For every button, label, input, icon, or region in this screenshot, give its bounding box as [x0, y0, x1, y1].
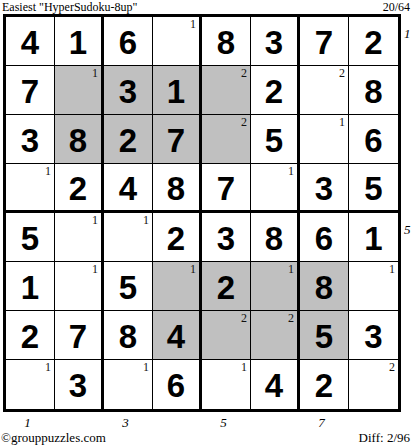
pencil-mark: 1: [190, 262, 196, 277]
cell-r5c7: 6: [300, 213, 349, 262]
cell-r6c3: 5: [104, 262, 153, 311]
cell-value: 5: [315, 320, 333, 353]
cell-value: 6: [364, 124, 382, 157]
cell-r2c8: 8: [349, 66, 398, 115]
cell-r7c2: 7: [55, 311, 104, 360]
cell-r2c4: 1: [153, 66, 202, 115]
cell-r4c2: 2: [55, 164, 104, 213]
pencil-mark: 1: [288, 164, 294, 179]
cell-value: 3: [21, 124, 39, 157]
cell-value: 6: [315, 222, 333, 255]
cell-value: 2: [69, 172, 87, 205]
cell-r5c3[interactable]: 1: [104, 213, 153, 262]
cell-r7c7: 5: [300, 311, 349, 360]
cell-r1c1: 4: [6, 17, 55, 66]
cell-value: 1: [364, 222, 382, 255]
cell-r3c4: 7: [153, 115, 202, 164]
cell-r1c3: 6: [104, 17, 153, 66]
puzzle-page: Easiest "HyperSudoku-8up" 20/64 41618372…: [0, 0, 412, 447]
cell-r7c1: 2: [6, 311, 55, 360]
cell-value: 4: [265, 369, 283, 402]
col-label-1: 1: [3, 415, 52, 431]
pencil-mark: 1: [92, 262, 98, 277]
cell-value: 7: [69, 320, 87, 353]
cell-r7c8: 3: [349, 311, 398, 360]
cell-value: 2: [21, 320, 39, 353]
cell-value: 8: [119, 320, 137, 353]
cell-value: 8: [217, 26, 235, 59]
cell-r3c1: 3: [6, 115, 55, 164]
cell-value: 5: [265, 124, 283, 157]
cell-r4c1[interactable]: 1: [6, 164, 55, 213]
cell-r7c5[interactable]: 2: [202, 311, 251, 360]
cell-r2c1: 7: [6, 66, 55, 115]
cell-value: 8: [265, 222, 283, 255]
cell-r8c7: 2: [300, 360, 349, 409]
pencil-mark: 1: [45, 360, 51, 375]
cell-r5c8: 1: [349, 213, 398, 262]
cell-r5c1: 5: [6, 213, 55, 262]
cell-r4c3: 4: [104, 164, 153, 213]
cell-value: 4: [119, 172, 137, 205]
cell-r1c5: 8: [202, 17, 251, 66]
cell-r1c6: 3: [251, 17, 300, 66]
cell-value: 1: [21, 271, 39, 304]
pencil-mark: 2: [288, 311, 294, 326]
cell-value: 5: [21, 222, 39, 255]
cell-r3c2: 8: [55, 115, 104, 164]
cell-r7c3: 8: [104, 311, 153, 360]
cell-r2c7[interactable]: 2: [300, 66, 349, 115]
cell-value: 3: [364, 320, 382, 353]
pencil-mark: 1: [92, 213, 98, 228]
row-label-5: 5: [404, 222, 412, 238]
pencil-mark: 1: [241, 360, 247, 375]
cell-value: 7: [217, 172, 235, 205]
cell-r6c7: 8: [300, 262, 349, 311]
puzzle-title: Easiest "HyperSudoku-8up": [2, 0, 137, 15]
cell-value: 1: [69, 26, 87, 59]
cell-r1c8: 2: [349, 17, 398, 66]
cell-r5c2[interactable]: 1: [55, 213, 104, 262]
cell-r2c3: 3: [104, 66, 153, 115]
pencil-mark: 2: [241, 311, 247, 326]
sudoku-board: 4161837271312228382725161248713551123861…: [3, 14, 401, 412]
cell-r4c4: 8: [153, 164, 202, 213]
cell-r6c5: 2: [202, 262, 251, 311]
cell-value: 7: [315, 26, 333, 59]
cell-value: 2: [217, 271, 235, 304]
cell-r6c6[interactable]: 1: [251, 262, 300, 311]
cell-value: 5: [364, 172, 382, 205]
cell-r5c6: 8: [251, 213, 300, 262]
cell-value: 7: [167, 124, 185, 157]
pencil-mark: 1: [143, 360, 149, 375]
cell-r1c7: 7: [300, 17, 349, 66]
pencil-mark: 1: [143, 213, 149, 228]
cell-r8c4: 6: [153, 360, 202, 409]
cell-r3c5[interactable]: 2: [202, 115, 251, 164]
cell-value: 3: [69, 369, 87, 402]
cell-r4c8: 5: [349, 164, 398, 213]
pencil-mark: 2: [241, 115, 247, 130]
cell-r8c8[interactable]: 2: [349, 360, 398, 409]
puzzle-counter: 20/64: [383, 0, 410, 15]
cell-r6c4[interactable]: 1: [153, 262, 202, 311]
pencil-mark: 1: [190, 17, 196, 32]
cell-value: 6: [167, 369, 185, 402]
cell-value: 7: [21, 75, 39, 108]
cell-r6c1: 1: [6, 262, 55, 311]
col-label-3: 3: [101, 415, 150, 431]
pencil-mark: 2: [389, 360, 395, 375]
pencil-mark: 1: [389, 262, 395, 277]
row-label-1: 1: [404, 26, 412, 42]
cell-r1c4[interactable]: 1: [153, 17, 202, 66]
pencil-mark: 1: [339, 115, 345, 130]
cell-value: 3: [265, 26, 283, 59]
col-label-5: 5: [199, 415, 248, 431]
cell-value: 1: [167, 75, 185, 108]
cell-r8c5[interactable]: 1: [202, 360, 251, 409]
cell-r4c5: 7: [202, 164, 251, 213]
cell-r8c6: 4: [251, 360, 300, 409]
cell-r3c8: 6: [349, 115, 398, 164]
cell-value: 8: [167, 172, 185, 205]
cell-r2c6: 2: [251, 66, 300, 115]
cell-r8c3[interactable]: 1: [104, 360, 153, 409]
cell-r8c1[interactable]: 1: [6, 360, 55, 409]
cell-value: 2: [119, 124, 137, 157]
pencil-mark: 2: [241, 66, 247, 81]
cell-value: 8: [364, 75, 382, 108]
cell-r7c4: 4: [153, 311, 202, 360]
cell-value: 2: [167, 222, 185, 255]
cell-value: 4: [167, 320, 185, 353]
cell-value: 2: [364, 26, 382, 59]
cell-r6c8[interactable]: 1: [349, 262, 398, 311]
pencil-mark: 2: [339, 66, 345, 81]
cell-value: 8: [315, 271, 333, 304]
cell-r1c2: 1: [55, 17, 104, 66]
cell-value: 5: [119, 271, 137, 304]
cell-value: 2: [315, 369, 333, 402]
cell-value: 2: [265, 75, 283, 108]
col-label-7: 7: [297, 415, 346, 431]
cell-r6c2[interactable]: 1: [55, 262, 104, 311]
cell-r5c4: 2: [153, 213, 202, 262]
cell-r8c2: 3: [55, 360, 104, 409]
cell-r2c5[interactable]: 2: [202, 66, 251, 115]
cell-r3c3: 2: [104, 115, 153, 164]
cell-r4c6[interactable]: 1: [251, 164, 300, 213]
pencil-mark: 1: [288, 262, 294, 277]
copyright-text: ©grouppuzzles.com: [1, 430, 106, 446]
cell-r3c7[interactable]: 1: [300, 115, 349, 164]
cell-value: 4: [21, 26, 39, 59]
cell-value: 3: [119, 75, 137, 108]
cell-value: 3: [217, 222, 235, 255]
cell-value: 6: [119, 26, 137, 59]
cell-r5c5: 3: [202, 213, 251, 262]
cell-value: 3: [315, 172, 333, 205]
difficulty-text: Diff: 2/96: [359, 430, 410, 446]
pencil-mark: 1: [45, 164, 51, 179]
pencil-mark: 1: [92, 66, 98, 81]
cell-r7c6[interactable]: 2: [251, 311, 300, 360]
cell-value: 8: [69, 124, 87, 157]
cell-r4c7: 3: [300, 164, 349, 213]
cell-r3c6: 5: [251, 115, 300, 164]
cell-r2c2[interactable]: 1: [55, 66, 104, 115]
